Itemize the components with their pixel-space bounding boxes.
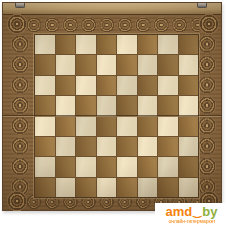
- square-c3[interactable]: [76, 137, 96, 156]
- hinge-right-icon: [197, 3, 207, 8]
- square-e3[interactable]: [117, 137, 137, 156]
- square-c2[interactable]: [76, 157, 96, 176]
- square-c1[interactable]: [76, 178, 96, 197]
- carved-border-left: [8, 34, 32, 195]
- square-g5[interactable]: [158, 96, 178, 115]
- carved-border-top: [25, 15, 199, 35]
- square-d2[interactable]: [97, 157, 117, 176]
- square-a4[interactable]: [35, 117, 55, 136]
- square-h5[interactable]: [179, 96, 199, 115]
- corner-rosette-top-left: [6, 13, 28, 35]
- square-f2[interactable]: [138, 157, 158, 176]
- square-e1[interactable]: [117, 178, 137, 197]
- hinge-left-icon: [15, 3, 25, 8]
- square-g1[interactable]: [158, 178, 178, 197]
- square-g2[interactable]: [158, 157, 178, 176]
- square-f3[interactable]: [138, 137, 158, 156]
- square-h2[interactable]: [179, 157, 199, 176]
- square-h6[interactable]: [179, 76, 199, 95]
- square-c4[interactable]: [76, 117, 96, 136]
- store-watermark: amd ‿ by онлайн-гипермаркет: [155, 203, 228, 228]
- square-e2[interactable]: [117, 157, 137, 176]
- square-c6[interactable]: [76, 76, 96, 95]
- square-c7[interactable]: [76, 55, 96, 74]
- square-h7[interactable]: [179, 55, 199, 74]
- square-b2[interactable]: [56, 157, 76, 176]
- chess-box: [2, 2, 222, 211]
- square-c5[interactable]: [76, 96, 96, 115]
- square-h1[interactable]: [179, 178, 199, 197]
- square-b1[interactable]: [56, 178, 76, 197]
- box-top-edge: [3, 3, 221, 15]
- square-f7[interactable]: [138, 55, 158, 74]
- square-a2[interactable]: [35, 157, 55, 176]
- square-f8[interactable]: [138, 35, 158, 54]
- corner-rosette-bottom-left: [6, 190, 28, 212]
- square-g3[interactable]: [158, 137, 178, 156]
- square-b4[interactable]: [56, 117, 76, 136]
- square-d7[interactable]: [97, 55, 117, 74]
- square-b6[interactable]: [56, 76, 76, 95]
- corner-rosette-top-right: [198, 13, 220, 35]
- square-a5[interactable]: [35, 96, 55, 115]
- square-d1[interactable]: [97, 178, 117, 197]
- square-a8[interactable]: [35, 35, 55, 54]
- square-a1[interactable]: [35, 178, 55, 197]
- logo-brand-text: amd: [166, 205, 193, 218]
- square-f1[interactable]: [138, 178, 158, 197]
- square-d6[interactable]: [97, 76, 117, 95]
- store-logo: amd ‿ by: [166, 205, 218, 218]
- square-d8[interactable]: [97, 35, 117, 54]
- square-g6[interactable]: [158, 76, 178, 95]
- logo-smile-icon: ‿: [193, 207, 201, 217]
- square-b7[interactable]: [56, 55, 76, 74]
- square-e8[interactable]: [117, 35, 137, 54]
- square-e5[interactable]: [117, 96, 137, 115]
- logo-tld-text: by: [202, 205, 217, 218]
- chess-board: [34, 34, 199, 198]
- square-d4[interactable]: [97, 117, 117, 136]
- square-e7[interactable]: [117, 55, 137, 74]
- square-d3[interactable]: [97, 137, 117, 156]
- square-b8[interactable]: [56, 35, 76, 54]
- square-b5[interactable]: [56, 96, 76, 115]
- square-f6[interactable]: [138, 76, 158, 95]
- square-g4[interactable]: [158, 117, 178, 136]
- square-b3[interactable]: [56, 137, 76, 156]
- square-e4[interactable]: [117, 117, 137, 136]
- square-f4[interactable]: [138, 117, 158, 136]
- square-h8[interactable]: [179, 35, 199, 54]
- square-h3[interactable]: [179, 137, 199, 156]
- square-e6[interactable]: [117, 76, 137, 95]
- square-h4[interactable]: [179, 117, 199, 136]
- square-a6[interactable]: [35, 76, 55, 95]
- square-c8[interactable]: [76, 35, 96, 54]
- square-a3[interactable]: [35, 137, 55, 156]
- square-d5[interactable]: [97, 96, 117, 115]
- square-a7[interactable]: [35, 55, 55, 74]
- product-photo: amd ‿ by онлайн-гипермаркет: [0, 0, 228, 228]
- square-g8[interactable]: [158, 35, 178, 54]
- logo-subtitle: онлайн-гипермаркет: [168, 219, 215, 224]
- square-f5[interactable]: [138, 96, 158, 115]
- square-g7[interactable]: [158, 55, 178, 74]
